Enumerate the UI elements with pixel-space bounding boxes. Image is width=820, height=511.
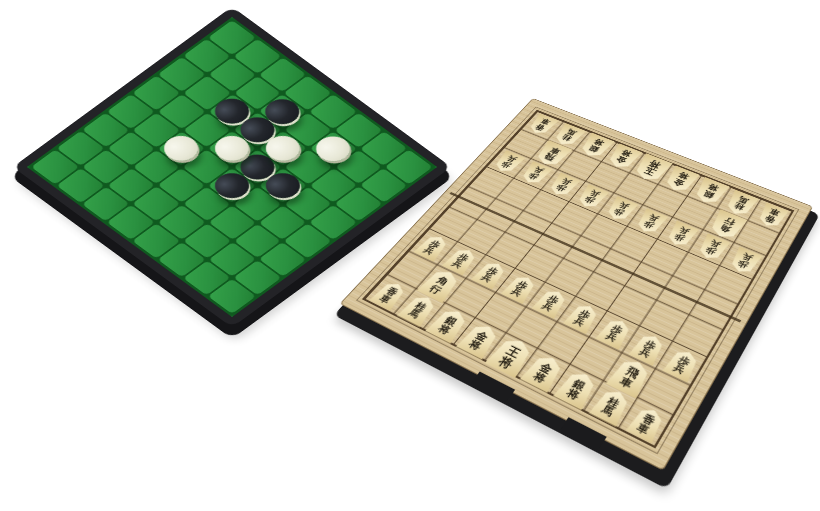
shogi-piece-pawn-near: 歩兵 xyxy=(500,272,539,304)
kanji-glyph: 車 xyxy=(618,375,635,390)
kanji-glyph: 兵 xyxy=(540,302,555,314)
shogi-piece-pawn-near: 歩兵 xyxy=(562,301,602,335)
kanji-glyph: 兵 xyxy=(479,273,493,284)
shogi-piece-pawn-far: 歩兵 xyxy=(518,161,553,187)
shogi-piece-lance-near: 香車 xyxy=(625,404,668,444)
shogi-piece-pawn-far: 歩兵 xyxy=(574,184,610,211)
shogi-piece-silver-general-far: 銀将 xyxy=(576,133,615,161)
shogi-piece-pawn-near: 歩兵 xyxy=(471,259,510,290)
shogi-piece-lance-far: 香車 xyxy=(526,114,559,137)
shogi-piece-pawn-near: 歩兵 xyxy=(628,331,668,366)
shogi-piece-gold-general-far: 金将 xyxy=(604,144,643,172)
shogi-piece-pawn-far: 歩兵 xyxy=(663,221,699,250)
kanji-glyph: 兵 xyxy=(450,259,464,270)
shogi-piece-pawn-far: 歩兵 xyxy=(694,233,730,263)
shogi-piece-pawn-near: 歩兵 xyxy=(413,232,452,262)
kanji-glyph: 馬 xyxy=(407,308,422,320)
shogi-piece-pawn-far: 歩兵 xyxy=(726,246,762,276)
othello-disc-white xyxy=(309,131,357,166)
shogi-piece-pawn-near: 歩兵 xyxy=(662,346,702,382)
shogi-piece-silver-general-far: 銀将 xyxy=(690,177,729,207)
shogi-piece-pawn-far: 歩兵 xyxy=(603,196,639,223)
kanji-glyph: 兵 xyxy=(572,316,587,328)
kanji-glyph: 車 xyxy=(378,294,393,306)
shogi-piece-silver-general-near: 銀将 xyxy=(552,367,601,410)
shogi-piece-pawn-far: 歩兵 xyxy=(633,208,669,236)
product-photo-scene: 香車桂馬銀将金将玉将金将銀将桂馬香車飛車角行歩兵歩兵歩兵歩兵歩兵歩兵歩兵歩兵歩兵… xyxy=(0,0,820,511)
shogi-piece-pawn-far: 歩兵 xyxy=(546,173,581,199)
kanji-glyph: 将 xyxy=(497,354,515,369)
kanji-glyph: 兵 xyxy=(509,287,523,298)
othello-disc-white xyxy=(157,131,205,166)
shogi-piece-pawn-near: 歩兵 xyxy=(441,245,480,275)
shogi-piece-pawn-near: 歩兵 xyxy=(595,316,635,350)
shogi-piece-gold-general-near: 金将 xyxy=(519,351,567,393)
shogi-piece-pawn-near: 歩兵 xyxy=(531,286,571,319)
shogi-piece-lance-far: 香車 xyxy=(754,202,789,230)
kanji-glyph: 行 xyxy=(428,283,444,295)
kanji-glyph: 兵 xyxy=(421,246,435,257)
shogi-piece-pawn-far: 歩兵 xyxy=(491,150,526,175)
shogi-piece-gold-general-far: 金将 xyxy=(661,166,700,196)
shogi-piece-lance-near: 香車 xyxy=(369,279,410,311)
